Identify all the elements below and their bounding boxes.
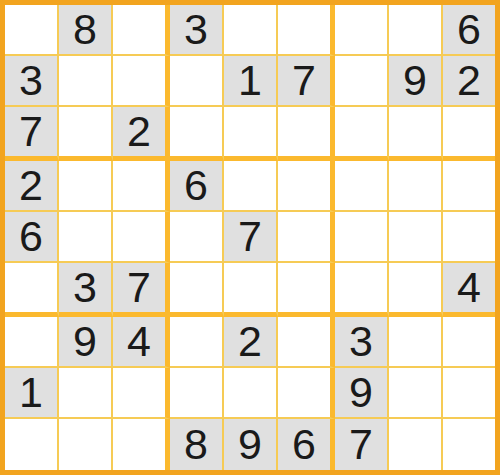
cell-r4c7[interactable] — [335, 161, 389, 212]
cell-r2c3[interactable] — [113, 56, 170, 107]
cell-r8c1[interactable]: 1 — [5, 368, 59, 419]
cell-r2c1[interactable]: 3 — [5, 56, 59, 107]
cell-r9c9[interactable] — [443, 419, 495, 470]
cell-r9c8[interactable] — [389, 419, 443, 470]
cell-r1c4[interactable]: 3 — [170, 5, 224, 56]
cell-r7c9[interactable] — [443, 317, 495, 368]
cell-r8c5[interactable] — [224, 368, 278, 419]
cell-r1c7[interactable] — [335, 5, 389, 56]
cell-r9c1[interactable] — [5, 419, 59, 470]
cell-r4c9[interactable] — [443, 161, 495, 212]
cell-r4c6[interactable] — [278, 161, 335, 212]
cell-r8c4[interactable] — [170, 368, 224, 419]
cell-r6c2[interactable]: 3 — [59, 263, 113, 317]
cell-r4c3[interactable] — [113, 161, 170, 212]
cell-r4c1[interactable]: 2 — [5, 161, 59, 212]
cell-r3c3[interactable]: 2 — [113, 107, 170, 161]
cell-r8c3[interactable] — [113, 368, 170, 419]
cell-r7c3[interactable]: 4 — [113, 317, 170, 368]
cell-r5c9[interactable] — [443, 212, 495, 263]
cell-r8c2[interactable] — [59, 368, 113, 419]
cell-r5c2[interactable] — [59, 212, 113, 263]
cell-r1c6[interactable] — [278, 5, 335, 56]
cell-r2c2[interactable] — [59, 56, 113, 107]
cell-r6c9[interactable]: 4 — [443, 263, 495, 317]
cell-r8c8[interactable] — [389, 368, 443, 419]
cell-r9c2[interactable] — [59, 419, 113, 470]
cell-r2c5[interactable]: 1 — [224, 56, 278, 107]
cell-r6c1[interactable] — [5, 263, 59, 317]
cell-r1c1[interactable] — [5, 5, 59, 56]
cell-r7c8[interactable] — [389, 317, 443, 368]
cell-r7c7[interactable]: 3 — [335, 317, 389, 368]
cell-r5c7[interactable] — [335, 212, 389, 263]
cell-r4c2[interactable] — [59, 161, 113, 212]
cell-r2c7[interactable] — [335, 56, 389, 107]
cell-r2c4[interactable] — [170, 56, 224, 107]
cell-r1c9[interactable]: 6 — [443, 5, 495, 56]
cell-r5c3[interactable] — [113, 212, 170, 263]
cell-r6c8[interactable] — [389, 263, 443, 317]
cell-r4c5[interactable] — [224, 161, 278, 212]
cell-r3c2[interactable] — [59, 107, 113, 161]
cell-r7c1[interactable] — [5, 317, 59, 368]
cell-r1c3[interactable] — [113, 5, 170, 56]
cell-r5c5[interactable]: 7 — [224, 212, 278, 263]
cell-r4c8[interactable] — [389, 161, 443, 212]
cell-r9c7[interactable]: 7 — [335, 419, 389, 470]
cell-r7c5[interactable]: 2 — [224, 317, 278, 368]
cell-r7c4[interactable] — [170, 317, 224, 368]
cell-r8c9[interactable] — [443, 368, 495, 419]
cell-r3c6[interactable] — [278, 107, 335, 161]
cell-r6c6[interactable] — [278, 263, 335, 317]
cell-r2c6[interactable]: 7 — [278, 56, 335, 107]
cell-r1c8[interactable] — [389, 5, 443, 56]
cell-r4c4[interactable]: 6 — [170, 161, 224, 212]
cell-r2c8[interactable]: 9 — [389, 56, 443, 107]
cell-r5c8[interactable] — [389, 212, 443, 263]
cell-r6c7[interactable] — [335, 263, 389, 317]
cell-r8c6[interactable] — [278, 368, 335, 419]
cell-r9c5[interactable]: 9 — [224, 419, 278, 470]
cell-r5c1[interactable]: 6 — [5, 212, 59, 263]
cell-r3c4[interactable] — [170, 107, 224, 161]
cell-r9c6[interactable]: 6 — [278, 419, 335, 470]
sudoku-board: 836317927226673749423198967 — [0, 0, 500, 475]
cell-r7c2[interactable]: 9 — [59, 317, 113, 368]
cell-r5c6[interactable] — [278, 212, 335, 263]
cell-r1c5[interactable] — [224, 5, 278, 56]
cell-r8c7[interactable]: 9 — [335, 368, 389, 419]
cell-r7c6[interactable] — [278, 317, 335, 368]
cell-r2c9[interactable]: 2 — [443, 56, 495, 107]
cell-r1c2[interactable]: 8 — [59, 5, 113, 56]
cell-r3c1[interactable]: 7 — [5, 107, 59, 161]
cell-r9c3[interactable] — [113, 419, 170, 470]
cell-r9c4[interactable]: 8 — [170, 419, 224, 470]
cell-r3c9[interactable] — [443, 107, 495, 161]
cell-r6c5[interactable] — [224, 263, 278, 317]
cell-r6c3[interactable]: 7 — [113, 263, 170, 317]
cell-r3c5[interactable] — [224, 107, 278, 161]
cell-r5c4[interactable] — [170, 212, 224, 263]
cell-r3c8[interactable] — [389, 107, 443, 161]
cell-r6c4[interactable] — [170, 263, 224, 317]
cell-r3c7[interactable] — [335, 107, 389, 161]
